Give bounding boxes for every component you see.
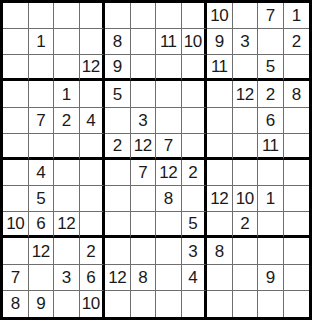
- cell-r8c6-empty[interactable]: [131, 186, 157, 212]
- cell-r6c6-given[interactable]: 12: [131, 134, 157, 160]
- cell-r6c10-empty[interactable]: [233, 134, 259, 160]
- cell-r1c1-empty[interactable]: [3, 3, 29, 29]
- cell-r3c3-empty[interactable]: [54, 55, 80, 81]
- cell-r5c12-empty[interactable]: [284, 108, 310, 134]
- cell-r11c10-empty[interactable]: [233, 265, 259, 291]
- cell-r1c12-given[interactable]: 1: [284, 3, 310, 29]
- cell-r8c7-given[interactable]: 8: [156, 186, 182, 212]
- cell-r11c9-empty[interactable]: [207, 265, 233, 291]
- cell-r12c5-empty[interactable]: [105, 291, 131, 317]
- cell-r1c11-given[interactable]: 7: [258, 3, 284, 29]
- cell-r5c11-given[interactable]: 6: [258, 108, 284, 134]
- cell-r4c9-empty[interactable]: [207, 81, 233, 107]
- cell-r7c3-empty[interactable]: [54, 160, 80, 186]
- cell-r8c2-given[interactable]: 5: [29, 186, 55, 212]
- cell-r9c6-empty[interactable]: [131, 212, 157, 238]
- cell-r10c8-given[interactable]: 3: [182, 238, 208, 264]
- cell-r3c1-empty[interactable]: [3, 55, 29, 81]
- cell-r3c9-given[interactable]: 11: [207, 55, 233, 81]
- cell-r9c3-given[interactable]: 12: [54, 212, 80, 238]
- cell-r10c1-empty[interactable]: [3, 238, 29, 264]
- cell-r2c10-given[interactable]: 3: [233, 29, 259, 55]
- cell-r1c10-empty[interactable]: [233, 3, 259, 29]
- cell-r9c2-given[interactable]: 6: [29, 212, 55, 238]
- cell-r7c5-empty[interactable]: [105, 160, 131, 186]
- cell-r2c12-given[interactable]: 2: [284, 29, 310, 55]
- cell-r1c7-empty[interactable]: [156, 3, 182, 29]
- cell-r8c4-empty[interactable]: [80, 186, 106, 212]
- cell-r12c1-given[interactable]: 8: [3, 291, 29, 317]
- cell-r2c2-given[interactable]: 1: [29, 29, 55, 55]
- cell-r4c1-empty[interactable]: [3, 81, 29, 107]
- cell-r10c4-given[interactable]: 2: [80, 238, 106, 264]
- cell-r11c1-given[interactable]: 7: [3, 265, 29, 291]
- cell-r2c5-given[interactable]: 8: [105, 29, 131, 55]
- cell-r6c2-empty[interactable]: [29, 134, 55, 160]
- cell-r8c10-given[interactable]: 10: [233, 186, 259, 212]
- cell-r4c8-empty[interactable]: [182, 81, 208, 107]
- cell-r11c6-given[interactable]: 8: [131, 265, 157, 291]
- cell-r9c12-empty[interactable]: [284, 212, 310, 238]
- cell-r8c12-empty[interactable]: [284, 186, 310, 212]
- cell-r5c9-empty[interactable]: [207, 108, 233, 134]
- cell-r3c8-empty[interactable]: [182, 55, 208, 81]
- cell-r4c3-given[interactable]: 1: [54, 81, 80, 107]
- cell-r6c11-given[interactable]: 11: [258, 134, 284, 160]
- sudoku-board: 1071181110932129115151228724362127114712…: [0, 0, 312, 320]
- cell-r7c9-empty[interactable]: [207, 160, 233, 186]
- cell-r5c10-empty[interactable]: [233, 108, 259, 134]
- cell-r10c10-empty[interactable]: [233, 238, 259, 264]
- cell-r6c12-empty[interactable]: [284, 134, 310, 160]
- cell-r5c8-empty[interactable]: [182, 108, 208, 134]
- cell-r6c4-empty[interactable]: [80, 134, 106, 160]
- cell-r9c5-empty[interactable]: [105, 212, 131, 238]
- cell-r11c8-given[interactable]: 4: [182, 265, 208, 291]
- cell-r6c9-empty[interactable]: [207, 134, 233, 160]
- cell-r7c8-given[interactable]: 2: [182, 160, 208, 186]
- cell-r5c3-given[interactable]: 2: [54, 108, 80, 134]
- cell-r12c8-empty[interactable]: [182, 291, 208, 317]
- cell-r11c2-empty[interactable]: [29, 265, 55, 291]
- cell-r2c3-empty[interactable]: [54, 29, 80, 55]
- cell-r12c6-empty[interactable]: [131, 291, 157, 317]
- cell-r7c6-given[interactable]: 7: [131, 160, 157, 186]
- cell-r8c3-empty[interactable]: [54, 186, 80, 212]
- cell-r9c9-empty[interactable]: [207, 212, 233, 238]
- cell-r12c7-empty[interactable]: [156, 291, 182, 317]
- cell-r7c7-given[interactable]: 12: [156, 160, 182, 186]
- cell-r11c3-given[interactable]: 3: [54, 265, 80, 291]
- cell-r12c2-given[interactable]: 9: [29, 291, 55, 317]
- cell-r12c10-empty[interactable]: [233, 291, 259, 317]
- cell-r8c1-empty[interactable]: [3, 186, 29, 212]
- cell-r2c6-empty[interactable]: [131, 29, 157, 55]
- cell-r7c10-empty[interactable]: [233, 160, 259, 186]
- cell-r11c7-empty[interactable]: [156, 265, 182, 291]
- cell-r9c1-given[interactable]: 10: [3, 212, 29, 238]
- cell-r4c5-given[interactable]: 5: [105, 81, 131, 107]
- cell-r8c11-given[interactable]: 1: [258, 186, 284, 212]
- cell-r9c7-empty[interactable]: [156, 212, 182, 238]
- cell-r12c4-given[interactable]: 10: [80, 291, 106, 317]
- cell-r3c12-empty[interactable]: [284, 55, 310, 81]
- cell-r3c4-given[interactable]: 12: [80, 55, 106, 81]
- cell-r4c11-given[interactable]: 2: [258, 81, 284, 107]
- cell-r10c9-given[interactable]: 8: [207, 238, 233, 264]
- cell-r4c2-empty[interactable]: [29, 81, 55, 107]
- cell-r12c3-empty[interactable]: [54, 291, 80, 317]
- cell-r9c11-empty[interactable]: [258, 212, 284, 238]
- cell-r6c5-given[interactable]: 2: [105, 134, 131, 160]
- cell-r10c2-given[interactable]: 12: [29, 238, 55, 264]
- cell-r11c12-empty[interactable]: [284, 265, 310, 291]
- cell-r4c6-empty[interactable]: [131, 81, 157, 107]
- cell-r7c4-empty[interactable]: [80, 160, 106, 186]
- cell-r1c6-empty[interactable]: [131, 3, 157, 29]
- cell-r2c7-given[interactable]: 11: [156, 29, 182, 55]
- cell-r8c5-empty[interactable]: [105, 186, 131, 212]
- cell-r5c1-empty[interactable]: [3, 108, 29, 134]
- cell-r1c9-given[interactable]: 10: [207, 3, 233, 29]
- cell-r10c11-empty[interactable]: [258, 238, 284, 264]
- cell-r3c7-empty[interactable]: [156, 55, 182, 81]
- cell-r1c8-empty[interactable]: [182, 3, 208, 29]
- cell-r8c8-empty[interactable]: [182, 186, 208, 212]
- cell-r2c8-given[interactable]: 10: [182, 29, 208, 55]
- cell-r6c8-empty[interactable]: [182, 134, 208, 160]
- cell-r11c5-given[interactable]: 12: [105, 265, 131, 291]
- cell-r9c8-given[interactable]: 5: [182, 212, 208, 238]
- cell-r4c7-empty[interactable]: [156, 81, 182, 107]
- cell-r7c1-empty[interactable]: [3, 160, 29, 186]
- cell-r12c12-empty[interactable]: [284, 291, 310, 317]
- cell-r7c12-empty[interactable]: [284, 160, 310, 186]
- cell-r1c4-empty[interactable]: [80, 3, 106, 29]
- cell-r3c2-empty[interactable]: [29, 55, 55, 81]
- cell-r9c4-empty[interactable]: [80, 212, 106, 238]
- cell-r5c6-given[interactable]: 3: [131, 108, 157, 134]
- cell-r11c11-given[interactable]: 9: [258, 265, 284, 291]
- cell-r4c4-empty[interactable]: [80, 81, 106, 107]
- cell-r3c6-empty[interactable]: [131, 55, 157, 81]
- cell-r1c5-empty[interactable]: [105, 3, 131, 29]
- cell-r10c5-empty[interactable]: [105, 238, 131, 264]
- cell-r2c1-empty[interactable]: [3, 29, 29, 55]
- cell-r3c11-given[interactable]: 5: [258, 55, 284, 81]
- cell-r3c5-given[interactable]: 9: [105, 55, 131, 81]
- cell-r5c7-empty[interactable]: [156, 108, 182, 134]
- cell-r10c7-empty[interactable]: [156, 238, 182, 264]
- cell-r9c10-given[interactable]: 2: [233, 212, 259, 238]
- cell-r8c9-given[interactable]: 12: [207, 186, 233, 212]
- cell-r5c5-empty[interactable]: [105, 108, 131, 134]
- cell-r6c7-given[interactable]: 7: [156, 134, 182, 160]
- cell-r10c3-empty[interactable]: [54, 238, 80, 264]
- cell-r4c12-given[interactable]: 8: [284, 81, 310, 107]
- cell-r2c9-given[interactable]: 9: [207, 29, 233, 55]
- cell-r5c2-given[interactable]: 7: [29, 108, 55, 134]
- cell-r4c10-given[interactable]: 12: [233, 81, 259, 107]
- cell-r6c3-empty[interactable]: [54, 134, 80, 160]
- cell-r12c9-empty[interactable]: [207, 291, 233, 317]
- cell-r10c12-empty[interactable]: [284, 238, 310, 264]
- cell-r6c1-empty[interactable]: [3, 134, 29, 160]
- cell-r11c4-given[interactable]: 6: [80, 265, 106, 291]
- cell-r5c4-given[interactable]: 4: [80, 108, 106, 134]
- cell-r1c3-empty[interactable]: [54, 3, 80, 29]
- cell-r7c2-given[interactable]: 4: [29, 160, 55, 186]
- cell-r12c11-empty[interactable]: [258, 291, 284, 317]
- cell-r2c4-empty[interactable]: [80, 29, 106, 55]
- cell-r1c2-empty[interactable]: [29, 3, 55, 29]
- cell-r7c11-empty[interactable]: [258, 160, 284, 186]
- cell-r10c6-empty[interactable]: [131, 238, 157, 264]
- cell-r2c11-empty[interactable]: [258, 29, 284, 55]
- cell-r3c10-empty[interactable]: [233, 55, 259, 81]
